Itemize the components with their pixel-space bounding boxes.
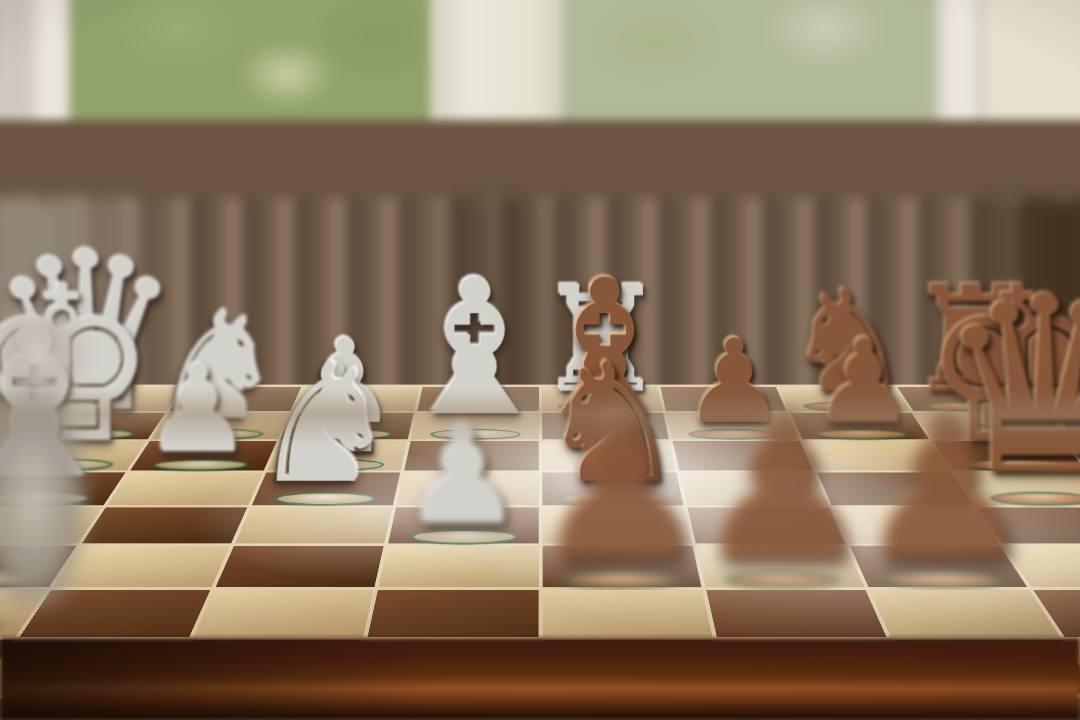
- square-b5: [108, 472, 264, 505]
- white-pawn-piece: ♟: [403, 412, 525, 541]
- white-pawn-piece: ♟: [144, 353, 253, 468]
- foreground-bokeh-piece: [0, 318, 113, 608]
- square-e3: ♟: [542, 546, 701, 587]
- wood-beam: [0, 62, 1080, 210]
- white-knight-piece: ♞: [250, 346, 398, 503]
- square-g2: [869, 590, 1060, 637]
- board-front-rail: [0, 638, 1080, 720]
- square-d2: [368, 590, 538, 637]
- square-d4: ♟: [389, 507, 539, 544]
- black-pawn-piece: ♟: [693, 393, 874, 585]
- square-c4: [235, 507, 393, 544]
- square-f3: ♟: [696, 546, 864, 587]
- square-c3: [216, 546, 384, 587]
- square-g3: ♟: [850, 546, 1027, 587]
- square-d3: [379, 546, 538, 587]
- square-f2: [706, 590, 886, 637]
- black-pawn-piece: ♟: [531, 393, 712, 585]
- square-c2: [194, 590, 374, 637]
- black-pawn-piece: ♟: [856, 393, 1037, 585]
- square-e2: [542, 590, 712, 637]
- square-c5: ♞: [252, 472, 400, 505]
- photo-scene: ♜♞♜♛♞♟♝♝♟♟♚♟♟♚♝♞♞♛♟♟♟♟♟♟: [0, 0, 1080, 720]
